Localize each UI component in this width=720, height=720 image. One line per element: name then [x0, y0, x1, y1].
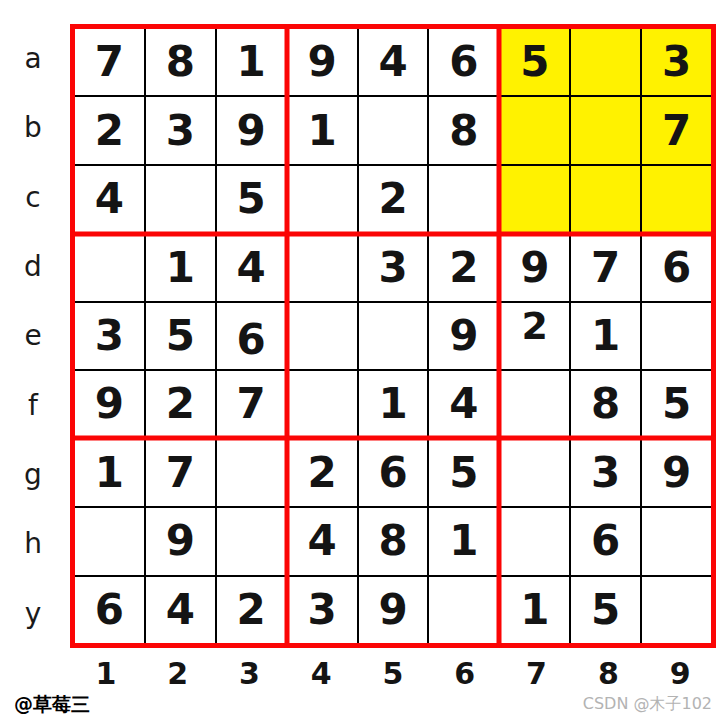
box-divider-vertical-1	[284, 24, 289, 648]
cell-digit: 3	[95, 315, 124, 357]
cell-d8[interactable]: 7	[571, 234, 640, 300]
cell-d3[interactable]: 4	[217, 234, 286, 300]
cell-y8[interactable]: 5	[571, 577, 640, 643]
cell-d1[interactable]	[75, 234, 144, 300]
cell-a2[interactable]: 8	[146, 29, 215, 95]
cell-digit: 9	[449, 315, 478, 357]
col-label-7: 7	[501, 650, 573, 696]
cell-digit: 3	[307, 589, 336, 631]
watermark-left: @草莓三	[14, 692, 90, 718]
cell-digit: 6	[662, 247, 691, 289]
cell-h9[interactable]	[642, 508, 711, 574]
cell-digit: 5	[662, 383, 691, 425]
cell-digit: 4	[95, 178, 124, 220]
row-label-e: e	[0, 301, 66, 370]
cell-digit: 7	[166, 452, 195, 494]
cell-digit: 5	[237, 178, 266, 220]
col-labels: 123456789	[70, 650, 716, 696]
cell-h4[interactable]: 4	[288, 508, 357, 574]
cell-h1[interactable]	[75, 508, 144, 574]
cell-digit: 7	[591, 247, 620, 289]
cell-y2[interactable]: 4	[146, 577, 215, 643]
cell-b1[interactable]: 2	[75, 97, 144, 163]
row-label-f: f	[0, 371, 66, 440]
cell-c9[interactable]	[642, 166, 711, 232]
col-label-5: 5	[357, 650, 429, 696]
cell-b9[interactable]: 7	[642, 97, 711, 163]
cell-g2[interactable]: 7	[146, 440, 215, 506]
cell-digit: 7	[95, 41, 124, 83]
row-label-d: d	[0, 232, 66, 301]
cell-a3[interactable]: 1	[217, 29, 286, 95]
cell-y1[interactable]: 6	[75, 577, 144, 643]
cell-digit: 3	[662, 41, 691, 83]
cell-digit: 9	[662, 452, 691, 494]
cell-digit: 5	[449, 452, 478, 494]
cell-d7[interactable]: 9	[500, 234, 569, 300]
row-label-h: h	[0, 509, 66, 578]
cell-y5[interactable]: 9	[359, 577, 428, 643]
cell-digit: 1	[95, 452, 124, 494]
cell-b3[interactable]: 9	[217, 97, 286, 163]
cell-e1[interactable]: 3	[75, 303, 144, 369]
cell-digit: 1	[449, 520, 478, 562]
row-label-b: b	[0, 93, 66, 162]
cell-f6[interactable]: 4	[429, 371, 498, 437]
cell-digit: 6	[95, 589, 124, 631]
cell-g1[interactable]: 1	[75, 440, 144, 506]
cell-digit: 3	[166, 110, 195, 152]
cell-g6[interactable]: 5	[429, 440, 498, 506]
cell-digit: 4	[449, 383, 478, 425]
cell-a5[interactable]: 4	[359, 29, 428, 95]
cell-digit: 8	[591, 383, 620, 425]
cell-digit: 3	[378, 247, 407, 289]
cell-c2[interactable]	[146, 166, 215, 232]
cell-g5[interactable]: 6	[359, 440, 428, 506]
cell-c6[interactable]	[429, 166, 498, 232]
cell-f1[interactable]: 9	[75, 371, 144, 437]
cell-digit: 6	[378, 452, 407, 494]
cell-digit: 5	[591, 589, 620, 631]
cell-digit: 2	[237, 589, 266, 631]
cell-b6[interactable]: 8	[429, 97, 498, 163]
cell-e8[interactable]: 1	[571, 303, 640, 369]
cell-c5[interactable]: 2	[359, 166, 428, 232]
cell-e9[interactable]	[642, 303, 711, 369]
cell-a7[interactable]: 5	[500, 29, 569, 95]
col-label-9: 9	[644, 650, 716, 696]
cell-f8[interactable]: 8	[571, 371, 640, 437]
cell-digit: 7	[237, 383, 266, 425]
cell-digit: 2	[166, 383, 195, 425]
cell-digit: 1	[520, 589, 549, 631]
cell-digit: 2	[449, 247, 478, 289]
cell-c8[interactable]	[571, 166, 640, 232]
cell-g3[interactable]	[217, 440, 286, 506]
row-label-c: c	[0, 163, 66, 232]
cell-digit: 4	[378, 41, 407, 83]
cell-d2[interactable]: 1	[146, 234, 215, 300]
row-labels: abcdefghy	[0, 24, 66, 648]
cell-digit: 1	[378, 383, 407, 425]
cell-digit: 4	[307, 520, 336, 562]
cell-c3[interactable]: 5	[217, 166, 286, 232]
cell-h3[interactable]	[217, 508, 286, 574]
cell-e4[interactable]	[288, 303, 357, 369]
cell-digit: 9	[95, 383, 124, 425]
cell-f9[interactable]: 5	[642, 371, 711, 437]
cell-digit: 9	[307, 41, 336, 83]
row-label-y: y	[0, 579, 66, 648]
cell-digit: 9	[378, 589, 407, 631]
cell-e6[interactable]: 9	[429, 303, 498, 369]
cell-b2[interactable]: 3	[146, 97, 215, 163]
cell-a6[interactable]: 6	[429, 29, 498, 95]
col-label-6: 6	[429, 650, 501, 696]
cell-f7[interactable]	[500, 371, 569, 437]
cell-digit: 7	[662, 110, 691, 152]
cell-digit: 1	[237, 41, 266, 83]
cell-f2[interactable]: 2	[146, 371, 215, 437]
cell-g8[interactable]: 3	[571, 440, 640, 506]
cell-b4[interactable]: 1	[288, 97, 357, 163]
cell-digit: 6	[591, 520, 620, 562]
sudoku-cells: 7819465323918745214329763569219271485172…	[75, 29, 711, 643]
cell-e2[interactable]: 5	[146, 303, 215, 369]
cell-y4[interactable]: 3	[288, 577, 357, 643]
cell-c1[interactable]: 4	[75, 166, 144, 232]
cell-y6[interactable]	[429, 577, 498, 643]
cell-digit: 9	[237, 110, 266, 152]
box-divider-vertical-2	[497, 24, 502, 648]
cell-h6[interactable]: 1	[429, 508, 498, 574]
cell-h2[interactable]: 9	[146, 508, 215, 574]
row-label-g: g	[0, 440, 66, 509]
cell-d6[interactable]: 2	[429, 234, 498, 300]
cell-y3[interactable]: 2	[217, 577, 286, 643]
cell-h7[interactable]	[500, 508, 569, 574]
cell-b5[interactable]	[359, 97, 428, 163]
cell-digit: 4	[166, 589, 195, 631]
cell-c4[interactable]	[288, 166, 357, 232]
cell-digit: 5	[520, 41, 549, 83]
sudoku-page: abcdefghy 781946532391874521432976356921…	[0, 0, 720, 720]
cell-digit: 1	[591, 315, 620, 357]
cell-d5[interactable]: 3	[359, 234, 428, 300]
cell-f3[interactable]: 7	[217, 371, 286, 437]
cell-b8[interactable]	[571, 97, 640, 163]
cell-g4[interactable]: 2	[288, 440, 357, 506]
cell-digit: 2	[95, 110, 124, 152]
cell-a8[interactable]	[571, 29, 640, 95]
col-label-1: 1	[70, 650, 142, 696]
sudoku-board: 7819465323918745214329763569219271485172…	[70, 24, 716, 648]
cell-digit: 4	[237, 247, 266, 289]
cell-a4[interactable]: 9	[288, 29, 357, 95]
cell-digit: 6	[449, 41, 478, 83]
cell-digit: 9	[520, 247, 549, 289]
cell-y7[interactable]: 1	[500, 577, 569, 643]
cell-digit: 8	[166, 41, 195, 83]
cell-digit: 1	[307, 110, 336, 152]
col-label-2: 2	[142, 650, 214, 696]
cell-digit: 6	[237, 319, 266, 361]
cell-a9[interactable]: 3	[642, 29, 711, 95]
cell-e5[interactable]	[359, 303, 428, 369]
cell-digit: 2	[307, 452, 336, 494]
cell-a1[interactable]: 7	[75, 29, 144, 95]
cell-digit: 1	[166, 247, 195, 289]
cell-e3[interactable]: 6	[217, 303, 286, 369]
cell-digit: 3	[591, 452, 620, 494]
cell-d9[interactable]: 6	[642, 234, 711, 300]
cell-h8[interactable]: 6	[571, 508, 640, 574]
watermark-right: CSDN @木子102	[583, 694, 712, 715]
cell-d4[interactable]	[288, 234, 357, 300]
cell-h5[interactable]: 8	[359, 508, 428, 574]
cell-digit: 2	[522, 307, 548, 345]
cell-b7[interactable]	[500, 97, 569, 163]
col-label-4: 4	[285, 650, 357, 696]
cell-f5[interactable]: 1	[359, 371, 428, 437]
cell-g7[interactable]	[500, 440, 569, 506]
cell-e7[interactable]: 2	[500, 303, 569, 369]
cell-g9[interactable]: 9	[642, 440, 711, 506]
cell-digit: 5	[166, 315, 195, 357]
row-label-a: a	[0, 24, 66, 93]
cell-digit: 8	[449, 110, 478, 152]
cell-c7[interactable]	[500, 166, 569, 232]
cell-digit: 8	[378, 520, 407, 562]
box-divider-horizontal-2	[70, 436, 716, 441]
col-label-3: 3	[214, 650, 286, 696]
cell-digit: 9	[166, 520, 195, 562]
cell-y9[interactable]	[642, 577, 711, 643]
box-divider-horizontal-1	[70, 231, 716, 236]
cell-digit: 2	[378, 178, 407, 220]
col-label-8: 8	[572, 650, 644, 696]
cell-f4[interactable]	[288, 371, 357, 437]
